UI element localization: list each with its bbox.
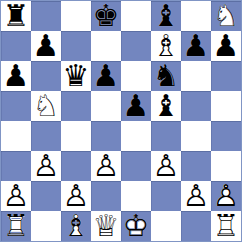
square-f8[interactable]: ♝	[151, 1, 181, 31]
square-a6[interactable]: ♟	[1, 61, 31, 91]
white-knight-outline: ♘	[211, 1, 241, 31]
board-wrapper: ♜♚♝♞♘♟♝♗♟♟♟♛♟♞♞♘♟♝♟♙♟♙♟♙♟♙♟♙♟♙♟♙♜♖♝♗♛♕♚♔…	[0, 0, 242, 242]
black-pawn-glyph: ♟	[211, 31, 241, 61]
square-g8[interactable]	[181, 1, 211, 31]
black-bishop[interactable]: ♝	[151, 91, 181, 121]
square-f1[interactable]	[151, 211, 181, 241]
white-pawn[interactable]: ♟♙	[1, 181, 31, 211]
white-pawn[interactable]: ♟♙	[151, 151, 181, 181]
square-f7[interactable]: ♝♗	[151, 31, 181, 61]
white-queen-outline: ♕	[91, 211, 121, 241]
square-f4[interactable]	[151, 121, 181, 151]
white-rook-outline: ♖	[1, 211, 31, 241]
black-rook[interactable]: ♜	[1, 1, 31, 31]
black-bishop[interactable]: ♝	[151, 1, 181, 31]
square-h8[interactable]: ♞♘	[211, 1, 241, 31]
square-c3[interactable]	[61, 151, 91, 181]
black-pawn[interactable]: ♟	[31, 31, 61, 61]
square-e6[interactable]	[121, 61, 151, 91]
white-pawn-outline: ♙	[91, 151, 121, 181]
square-c8[interactable]	[61, 1, 91, 31]
white-pawn-outline: ♙	[61, 181, 91, 211]
white-pawn-outline: ♙	[151, 151, 181, 181]
white-pawn-outline: ♙	[1, 181, 31, 211]
square-b2[interactable]	[31, 181, 61, 211]
white-bishop-outline: ♗	[151, 31, 181, 61]
black-pawn-glyph: ♟	[1, 61, 31, 91]
square-d1[interactable]: ♛♕	[91, 211, 121, 241]
square-b3[interactable]: ♟♙	[31, 151, 61, 181]
black-knight-glyph: ♞	[151, 61, 181, 91]
white-pawn[interactable]: ♟♙	[181, 181, 211, 211]
white-queen[interactable]: ♛♕	[91, 211, 121, 241]
square-c7[interactable]	[61, 31, 91, 61]
square-f6[interactable]: ♞	[151, 61, 181, 91]
black-pawn-glyph: ♟	[31, 31, 61, 61]
black-pawn[interactable]: ♟	[1, 61, 31, 91]
square-g2[interactable]: ♟♙	[181, 181, 211, 211]
white-rook[interactable]: ♜♖	[1, 211, 31, 241]
square-h2[interactable]: ♟♙	[211, 181, 241, 211]
square-d6[interactable]: ♟	[91, 61, 121, 91]
black-pawn[interactable]: ♟	[91, 61, 121, 91]
square-b4[interactable]	[31, 121, 61, 151]
black-queen[interactable]: ♛	[61, 61, 91, 91]
white-pawn[interactable]: ♟♙	[61, 181, 91, 211]
black-pawn[interactable]: ♟	[181, 31, 211, 61]
square-a7[interactable]	[1, 31, 31, 61]
black-bishop-glyph: ♝	[151, 91, 181, 121]
white-pawn[interactable]: ♟♙	[91, 151, 121, 181]
square-g5[interactable]	[181, 91, 211, 121]
white-rook-outline: ♖	[211, 211, 241, 241]
square-g3[interactable]	[181, 151, 211, 181]
chess-board: ♜♚♝♞♘♟♝♗♟♟♟♛♟♞♞♘♟♝♟♙♟♙♟♙♟♙♟♙♟♙♟♙♜♖♝♗♛♕♚♔…	[0, 0, 242, 242]
black-queen-glyph: ♛	[61, 61, 91, 91]
white-king[interactable]: ♚♔	[121, 211, 151, 241]
square-e3[interactable]	[121, 151, 151, 181]
square-d4[interactable]	[91, 121, 121, 151]
square-e1[interactable]: ♚♔	[121, 211, 151, 241]
square-f5[interactable]: ♝	[151, 91, 181, 121]
white-knight[interactable]: ♞♘	[31, 91, 61, 121]
square-c2[interactable]: ♟♙	[61, 181, 91, 211]
square-h3[interactable]	[211, 151, 241, 181]
square-b7[interactable]: ♟	[31, 31, 61, 61]
square-b8[interactable]	[31, 1, 61, 31]
square-e2[interactable]	[121, 181, 151, 211]
black-knight[interactable]: ♞	[151, 61, 181, 91]
black-pawn-glyph: ♟	[181, 31, 211, 61]
white-bishop-outline: ♗	[61, 211, 91, 241]
square-d5[interactable]	[91, 91, 121, 121]
square-e4[interactable]	[121, 121, 151, 151]
square-f2[interactable]	[151, 181, 181, 211]
black-pawn[interactable]: ♟	[121, 91, 151, 121]
black-bishop-glyph: ♝	[151, 1, 181, 31]
square-a3[interactable]	[1, 151, 31, 181]
white-pawn-outline: ♙	[181, 181, 211, 211]
white-pawn[interactable]: ♟♙	[31, 151, 61, 181]
black-king-glyph: ♚	[91, 1, 121, 31]
white-pawn[interactable]: ♟♙	[211, 181, 241, 211]
square-d8[interactable]: ♚	[91, 1, 121, 31]
white-bishop[interactable]: ♝♗	[61, 211, 91, 241]
square-a4[interactable]	[1, 121, 31, 151]
black-pawn[interactable]: ♟	[211, 31, 241, 61]
square-a5[interactable]	[1, 91, 31, 121]
square-h1[interactable]: ♜♖	[211, 211, 241, 241]
square-g4[interactable]	[181, 121, 211, 151]
square-f3[interactable]: ♟♙	[151, 151, 181, 181]
square-h6[interactable]	[211, 61, 241, 91]
square-b6[interactable]	[31, 61, 61, 91]
square-c6[interactable]: ♛	[61, 61, 91, 91]
white-bishop[interactable]: ♝♗	[151, 31, 181, 61]
square-h7[interactable]: ♟	[211, 31, 241, 61]
square-e5[interactable]: ♟	[121, 91, 151, 121]
white-knight[interactable]: ♞♘	[211, 1, 241, 31]
white-rook[interactable]: ♜♖	[211, 211, 241, 241]
black-pawn-glyph: ♟	[121, 91, 151, 121]
black-pawn-glyph: ♟	[91, 61, 121, 91]
square-e7[interactable]	[121, 31, 151, 61]
square-a2[interactable]: ♟♙	[1, 181, 31, 211]
square-h4[interactable]	[211, 121, 241, 151]
square-d2[interactable]	[91, 181, 121, 211]
black-rook-glyph: ♜	[1, 1, 31, 31]
white-king-outline: ♔	[121, 211, 151, 241]
square-c4[interactable]	[61, 121, 91, 151]
square-b5[interactable]: ♞♘	[31, 91, 61, 121]
square-c5[interactable]	[61, 91, 91, 121]
square-c1[interactable]: ♝♗	[61, 211, 91, 241]
square-e8[interactable]	[121, 1, 151, 31]
square-a8[interactable]: ♜	[1, 1, 31, 31]
white-pawn-outline: ♙	[31, 151, 61, 181]
black-king[interactable]: ♚	[91, 1, 121, 31]
square-b1[interactable]	[31, 211, 61, 241]
square-g1[interactable]	[181, 211, 211, 241]
square-d3[interactable]: ♟♙	[91, 151, 121, 181]
white-pawn-outline: ♙	[211, 181, 241, 211]
square-d7[interactable]	[91, 31, 121, 61]
white-knight-outline: ♘	[31, 91, 61, 121]
square-h5[interactable]	[211, 91, 241, 121]
square-g6[interactable]	[181, 61, 211, 91]
square-g7[interactable]: ♟	[181, 31, 211, 61]
square-a1[interactable]: ♜♖	[1, 211, 31, 241]
